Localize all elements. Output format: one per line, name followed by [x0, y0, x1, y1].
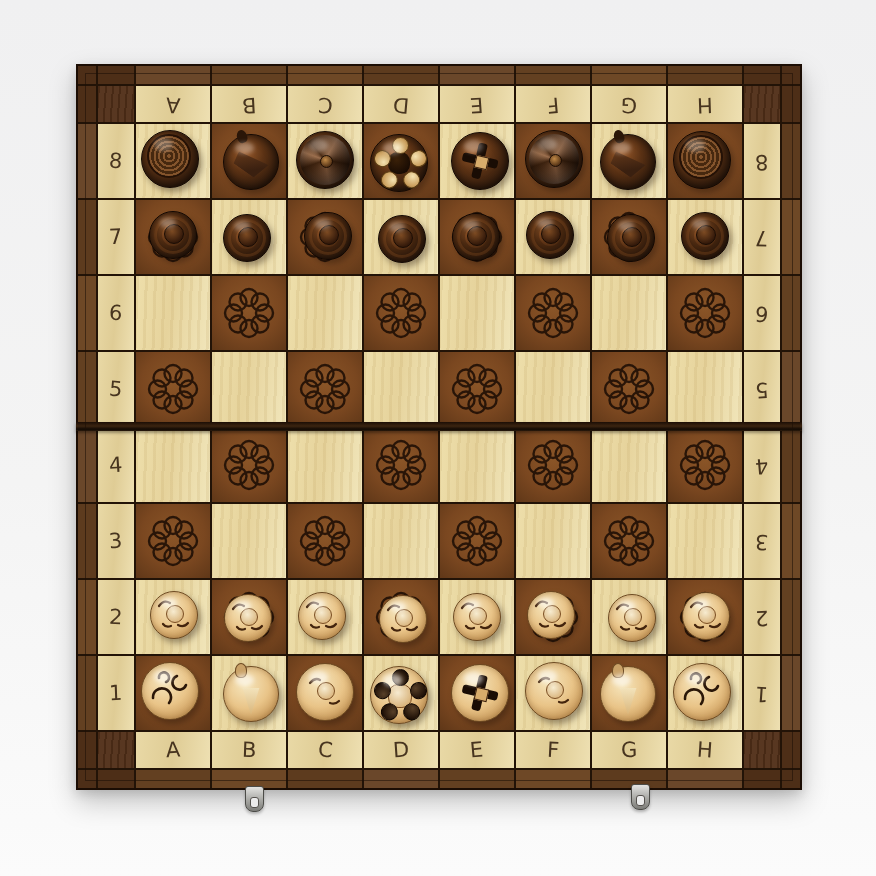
piece-white-pawn[interactable]: ♙ [608, 594, 656, 642]
frame-tile [782, 200, 800, 274]
rank-label-left-4: 4 [98, 428, 134, 502]
square-b5[interactable] [212, 352, 286, 426]
rosette-motif-icon [440, 352, 514, 426]
frame-corner [78, 86, 96, 122]
piece-black-queen[interactable]: ♛ [370, 134, 428, 192]
piece-white-pawn[interactable]: ♙ [224, 594, 272, 642]
square-e5[interactable] [440, 352, 514, 426]
square-f7[interactable]: ♟ [516, 200, 590, 274]
rank-label-right-4: 4 [744, 428, 780, 502]
piece-black-king[interactable]: ♚ [451, 132, 509, 190]
square-a7[interactable]: ♟ [136, 200, 210, 274]
clasp-left [245, 786, 264, 812]
square-d7[interactable]: ♟ [364, 200, 438, 274]
frame-tile [78, 580, 96, 654]
frame-tile [364, 66, 438, 84]
piece-black-pawn[interactable]: ♟ [681, 212, 729, 260]
piece-white-pawn[interactable]: ♙ [150, 591, 198, 639]
square-g2[interactable]: ♙ [592, 580, 666, 654]
frame-corner [98, 770, 134, 788]
rank-label-left-1: 1 [98, 656, 134, 730]
file-label-bottom-f: F [516, 732, 590, 768]
square-a5[interactable] [136, 352, 210, 426]
frame-tile [782, 276, 800, 350]
piece-black-rook[interactable]: ♜ [141, 130, 199, 188]
file-label-bottom-a: A [136, 732, 210, 768]
rank-label-left-7: 7 [98, 200, 134, 274]
hinge-seam [76, 422, 802, 431]
frame-tile [78, 428, 96, 502]
rank-label-left-2: 2 [98, 580, 134, 654]
frame-tile [782, 428, 800, 502]
label-corner-tile [744, 732, 780, 768]
piece-black-pawn[interactable]: ♟ [526, 211, 574, 259]
square-a1[interactable]: ♖ [136, 656, 210, 730]
square-b8[interactable]: ♞ [212, 124, 286, 198]
square-a6[interactable] [136, 276, 210, 350]
frame-tile [782, 504, 800, 578]
file-label-bottom-e: E [440, 732, 514, 768]
square-e2[interactable]: ♙ [440, 580, 514, 654]
rank-label-right-1: 1 [744, 656, 780, 730]
file-label-top-f: F [516, 86, 590, 122]
file-label-bottom-b: B [212, 732, 286, 768]
rosette-motif-icon [364, 276, 438, 350]
file-label-top-a: A [136, 86, 210, 122]
frame-corner [782, 732, 800, 768]
frame-tile [516, 770, 590, 788]
square-g8[interactable]: ♞ [592, 124, 666, 198]
square-e8[interactable]: ♚ [440, 124, 514, 198]
frame-tile [516, 66, 590, 84]
frame-corner [78, 732, 96, 768]
rank-label-left-3: 3 [98, 504, 134, 578]
square-d8[interactable]: ♛ [364, 124, 438, 198]
piece-black-pawn[interactable]: ♟ [149, 211, 197, 259]
piece-white-pawn[interactable]: ♙ [298, 592, 346, 640]
square-a3[interactable] [136, 504, 210, 578]
square-e3[interactable] [440, 504, 514, 578]
frame-tile [288, 770, 362, 788]
file-label-top-b: B [212, 86, 286, 122]
square-h6[interactable] [668, 276, 742, 350]
file-label-top-h: H [668, 86, 742, 122]
square-g1[interactable]: ♘ [592, 656, 666, 730]
label-corner-tile [744, 86, 780, 122]
file-label-bottom-h: H [668, 732, 742, 768]
square-g7[interactable]: ♟ [592, 200, 666, 274]
photo-background: ABCDEFGH8♜♞♝♛♚♝♞♜87♟♟♟♟♟♟♟♟7665544332♙♙♙… [0, 0, 876, 876]
frame-corner [78, 770, 96, 788]
rank-label-left-5: 5 [98, 352, 134, 426]
square-a2[interactable]: ♙ [136, 580, 210, 654]
piece-black-bishop[interactable]: ♝ [525, 130, 583, 188]
square-g3[interactable] [592, 504, 666, 578]
square-g6[interactable] [592, 276, 666, 350]
square-g5[interactable] [592, 352, 666, 426]
piece-white-pawn[interactable]: ♙ [527, 591, 575, 639]
piece-black-bishop[interactable]: ♝ [296, 131, 354, 189]
frame-tile [440, 66, 514, 84]
rosette-motif-icon [136, 352, 210, 426]
square-b2[interactable]: ♙ [212, 580, 286, 654]
rank-label-right-3: 3 [744, 504, 780, 578]
square-b6[interactable] [212, 276, 286, 350]
piece-white-pawn[interactable]: ♙ [682, 592, 730, 640]
frame-tile [782, 580, 800, 654]
square-f1[interactable]: ♗ [516, 656, 590, 730]
square-d5[interactable] [364, 352, 438, 426]
frame-corner [782, 66, 800, 84]
frame-corner [744, 770, 780, 788]
piece-black-knight[interactable]: ♞ [223, 134, 279, 190]
square-e1[interactable]: ♔ [440, 656, 514, 730]
frame-corner [98, 66, 134, 84]
square-h2[interactable]: ♙ [668, 580, 742, 654]
frame-tile [78, 200, 96, 274]
frame-tile [78, 352, 96, 426]
rosette-motif-icon [364, 428, 438, 502]
rosette-motif-icon [592, 504, 666, 578]
rosette-motif-icon [668, 428, 742, 502]
rosette-motif-icon [516, 428, 590, 502]
square-d2[interactable]: ♙ [364, 580, 438, 654]
frame-tile [136, 770, 210, 788]
frame-corner [782, 770, 800, 788]
frame-tile [78, 656, 96, 730]
rosette-motif-icon [212, 428, 286, 502]
square-c7[interactable]: ♟ [288, 200, 362, 274]
square-h1[interactable]: ♖ [668, 656, 742, 730]
rank-label-right-2: 2 [744, 580, 780, 654]
frame-tile [782, 352, 800, 426]
file-label-top-c: C [288, 86, 362, 122]
piece-black-pawn[interactable]: ♟ [607, 214, 655, 262]
label-corner-tile [98, 732, 134, 768]
frame-tile [78, 276, 96, 350]
rosette-motif-icon [288, 504, 362, 578]
frame-corner [744, 66, 780, 84]
square-a8[interactable]: ♜ [136, 124, 210, 198]
piece-black-pawn[interactable]: ♟ [223, 214, 271, 262]
frame-tile [668, 770, 742, 788]
square-c8[interactable]: ♝ [288, 124, 362, 198]
rank-label-right-7: 7 [744, 200, 780, 274]
rosette-motif-icon [440, 504, 514, 578]
rosette-motif-icon [136, 504, 210, 578]
square-h5[interactable] [668, 352, 742, 426]
square-e6[interactable] [440, 276, 514, 350]
chess-board: ABCDEFGH8♜♞♝♛♚♝♞♜87♟♟♟♟♟♟♟♟7665544332♙♙♙… [76, 64, 802, 790]
square-f3[interactable] [516, 504, 590, 578]
frame-tile [136, 66, 210, 84]
square-f6[interactable] [516, 276, 590, 350]
rosette-motif-icon [516, 276, 590, 350]
square-c4[interactable] [288, 428, 362, 502]
frame-tile [592, 770, 666, 788]
frame-corner [782, 86, 800, 122]
rank-label-left-6: 6 [98, 276, 134, 350]
frame-corner [78, 66, 96, 84]
clasp-right [631, 784, 650, 810]
square-b1[interactable]: ♘ [212, 656, 286, 730]
piece-black-pawn[interactable]: ♟ [304, 212, 352, 260]
frame-tile [78, 504, 96, 578]
file-label-bottom-g: G [592, 732, 666, 768]
rank-label-right-6: 6 [744, 276, 780, 350]
square-f4[interactable] [516, 428, 590, 502]
square-h4[interactable] [668, 428, 742, 502]
file-label-top-g: G [592, 86, 666, 122]
square-c2[interactable]: ♙ [288, 580, 362, 654]
piece-black-pawn[interactable]: ♟ [452, 213, 500, 261]
square-h7[interactable]: ♟ [668, 200, 742, 274]
rank-label-right-8: 8 [744, 124, 780, 198]
rank-label-right-5: 5 [744, 352, 780, 426]
rank-label-left-8: 8 [98, 124, 134, 198]
piece-white-knight[interactable]: ♘ [223, 666, 279, 722]
piece-white-bishop[interactable]: ♗ [296, 663, 354, 721]
square-g4[interactable] [592, 428, 666, 502]
file-label-top-d: D [364, 86, 438, 122]
square-e7[interactable]: ♟ [440, 200, 514, 274]
rosette-motif-icon [592, 352, 666, 426]
square-f8[interactable]: ♝ [516, 124, 590, 198]
label-corner-tile [98, 86, 134, 122]
frame-tile [592, 66, 666, 84]
frame-tile [78, 124, 96, 198]
frame-tile [212, 66, 286, 84]
square-d6[interactable] [364, 276, 438, 350]
frame-tile [782, 124, 800, 198]
square-b7[interactable]: ♟ [212, 200, 286, 274]
square-c6[interactable] [288, 276, 362, 350]
square-f2[interactable]: ♙ [516, 580, 590, 654]
square-c3[interactable] [288, 504, 362, 578]
frame-tile [782, 656, 800, 730]
frame-tile [668, 66, 742, 84]
square-f5[interactable] [516, 352, 590, 426]
frame-tile [440, 770, 514, 788]
piece-white-queen[interactable]: ♕ [370, 666, 428, 724]
file-label-top-e: E [440, 86, 514, 122]
square-b4[interactable] [212, 428, 286, 502]
piece-black-knight[interactable]: ♞ [600, 134, 656, 190]
square-d3[interactable] [364, 504, 438, 578]
piece-white-king[interactable]: ♔ [451, 664, 509, 722]
square-h3[interactable] [668, 504, 742, 578]
square-d4[interactable] [364, 428, 438, 502]
piece-black-pawn[interactable]: ♟ [378, 215, 426, 263]
square-b3[interactable] [212, 504, 286, 578]
piece-white-rook[interactable]: ♖ [673, 663, 731, 721]
rosette-motif-icon [288, 352, 362, 426]
square-e4[interactable] [440, 428, 514, 502]
square-c1[interactable]: ♗ [288, 656, 362, 730]
square-a4[interactable] [136, 428, 210, 502]
square-d1[interactable]: ♕ [364, 656, 438, 730]
frame-tile [364, 770, 438, 788]
frame-tile [288, 66, 362, 84]
piece-white-rook[interactable]: ♖ [141, 662, 199, 720]
rosette-motif-icon [668, 276, 742, 350]
piece-white-pawn[interactable]: ♙ [453, 593, 501, 641]
square-c5[interactable] [288, 352, 362, 426]
rosette-motif-icon [212, 276, 286, 350]
file-label-bottom-c: C [288, 732, 362, 768]
piece-white-knight[interactable]: ♘ [600, 666, 656, 722]
piece-white-bishop[interactable]: ♗ [525, 662, 583, 720]
square-h8[interactable]: ♜ [668, 124, 742, 198]
piece-black-rook[interactable]: ♜ [673, 131, 731, 189]
piece-white-pawn[interactable]: ♙ [379, 595, 427, 643]
file-label-bottom-d: D [364, 732, 438, 768]
